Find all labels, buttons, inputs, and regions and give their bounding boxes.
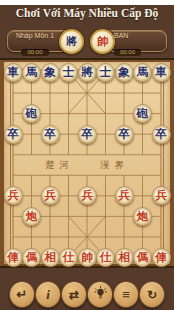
piece-black-b[interactable]: 象 <box>41 63 60 82</box>
hint-button[interactable] <box>87 281 113 308</box>
xiangqi-app: Chơi Với Máy Nhiều Cấp Độ Nhập Môn 1 00:… <box>0 5 174 310</box>
piece-black-a[interactable]: 士 <box>96 63 115 82</box>
piece-red-a[interactable]: 仕 <box>96 248 115 267</box>
replay-button[interactable]: ⇄ <box>61 281 87 308</box>
undo-button[interactable]: ↵ <box>9 281 35 308</box>
xiangqi-board[interactable]: 楚河 漢界 車馬象士將士象馬車砲砲卒卒卒卒卒兵兵兵兵兵炮炮俥傌相仕帥仕相傌俥 <box>0 58 174 268</box>
piece-black-p[interactable]: 卒 <box>41 125 60 144</box>
menu-button[interactable]: ≡ <box>113 281 139 308</box>
page-title: Chơi Với Máy Nhiều Cấp Độ <box>0 5 174 22</box>
menu-icon: ≡ <box>122 287 130 302</box>
black-general-icon: 將 <box>59 29 84 54</box>
info-icon: i <box>46 287 50 303</box>
piece-red-p[interactable]: 兵 <box>78 186 97 205</box>
undo-icon: ↵ <box>17 287 28 302</box>
lightbulb-icon <box>93 286 108 304</box>
player-timer: 00:00 <box>114 49 141 56</box>
piece-red-p[interactable]: 兵 <box>41 186 60 205</box>
player-bar: 帥 BẠN 00:00 <box>93 30 167 52</box>
replay-icon: ⇄ <box>69 287 79 302</box>
piece-black-b[interactable]: 象 <box>115 63 134 82</box>
piece-black-a[interactable]: 士 <box>59 63 78 82</box>
player-bars: Nhập Môn 1 00:00 將 帥 BẠN 00:00 <box>0 30 174 53</box>
piece-black-n[interactable]: 馬 <box>22 63 41 82</box>
piece-red-c[interactable]: 炮 <box>22 207 41 226</box>
piece-black-p[interactable]: 卒 <box>152 125 171 144</box>
piece-black-p[interactable]: 卒 <box>115 125 134 144</box>
piece-black-n[interactable]: 馬 <box>133 63 152 82</box>
piece-black-k[interactable]: 將 <box>78 63 97 82</box>
piece-red-k[interactable]: 帥 <box>78 248 97 267</box>
piece-red-n[interactable]: 傌 <box>133 248 152 267</box>
info-button[interactable]: i <box>35 281 61 308</box>
red-general-icon: 帥 <box>90 29 115 54</box>
piece-black-r[interactable]: 車 <box>152 63 171 82</box>
piece-red-b[interactable]: 相 <box>115 248 134 267</box>
opponent-timer: 00:00 <box>21 49 48 56</box>
piece-red-r[interactable]: 俥 <box>152 248 171 267</box>
board-surface[interactable]: 楚河 漢界 車馬象士將士象馬車砲砲卒卒卒卒卒兵兵兵兵兵炮炮俥傌相仕帥仕相傌俥 <box>4 62 170 264</box>
piece-black-c[interactable]: 砲 <box>22 104 41 123</box>
piece-red-p[interactable]: 兵 <box>152 186 171 205</box>
piece-red-p[interactable]: 兵 <box>4 186 23 205</box>
toolbar: ↵i⇄≡↻ <box>0 281 174 308</box>
piece-red-a[interactable]: 仕 <box>59 248 78 267</box>
piece-red-r[interactable]: 俥 <box>4 248 23 267</box>
restart-icon: ↻ <box>147 287 157 302</box>
restart-button[interactable]: ↻ <box>139 281 165 308</box>
piece-black-r[interactable]: 車 <box>4 63 23 82</box>
piece-red-n[interactable]: 傌 <box>22 248 41 267</box>
opponent-name: Nhập Môn 1 <box>8 32 62 40</box>
piece-red-c[interactable]: 炮 <box>133 207 152 226</box>
piece-red-b[interactable]: 相 <box>41 248 60 267</box>
board-grid <box>4 62 170 268</box>
opponent-bar: Nhập Môn 1 00:00 將 <box>7 30 81 52</box>
piece-black-p[interactable]: 卒 <box>78 125 97 144</box>
piece-black-c[interactable]: 砲 <box>133 104 152 123</box>
player-name: BẠN <box>114 32 166 40</box>
piece-black-p[interactable]: 卒 <box>4 125 23 144</box>
piece-red-p[interactable]: 兵 <box>115 186 134 205</box>
